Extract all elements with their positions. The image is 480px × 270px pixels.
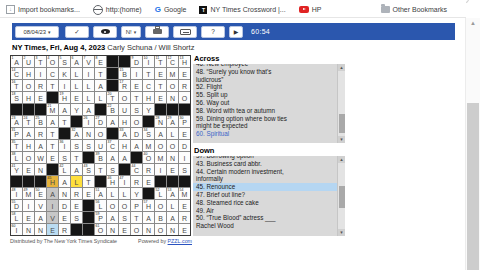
grid-cell-r3c3[interactable]: R: [35, 80, 46, 91]
grid-cell-r6c4[interactable]: A: [47, 116, 58, 127]
page-scrollbar[interactable]: ▲: [465, 18, 480, 270]
grid-cell-r10c15[interactable]: S: [179, 164, 190, 175]
grid-cell-r8c10[interactable]: H: [119, 140, 130, 151]
cell-letter: S: [86, 143, 91, 152]
cell-letter: A: [74, 167, 79, 176]
across-header: Across: [194, 54, 219, 63]
grid-cell-r12c2[interactable]: 49M: [23, 188, 34, 199]
grid-cell-r7c8[interactable]: O: [95, 128, 106, 139]
bookmark-item[interactable]: ↓Import bookmarks...: [6, 5, 80, 14]
grid-cell-r11c4[interactable]: 45H: [47, 176, 58, 187]
cell-letter: A: [74, 131, 79, 140]
grid-cell-r11c9[interactable]: 46H: [107, 176, 118, 187]
down-scrollbar[interactable]: ▴ ▾: [337, 156, 345, 236]
grid-cell-r15c12[interactable]: N: [143, 224, 154, 235]
clue-item[interactable]: 43. Business card abbr.: [193, 160, 337, 168]
grid-cell-r14c10[interactable]: S: [119, 212, 130, 223]
grid-cell-r3c13[interactable]: T: [155, 80, 166, 91]
page-scrollbar-thumb[interactable]: [467, 103, 479, 270]
grid-cell-r13c2[interactable]: I: [23, 200, 34, 211]
cell-letter: T: [134, 95, 138, 104]
cell-letter: A: [122, 131, 127, 140]
grid-cell-r1c15[interactable]: 13H: [179, 56, 190, 67]
grid-cell-r9c4[interactable]: E: [47, 152, 58, 163]
cell-letter: I: [88, 119, 90, 128]
grid-cell-r14c2[interactable]: E: [23, 212, 34, 223]
grid-cell-r6c13[interactable]: 28N: [155, 116, 166, 127]
grid-cell-r4c7[interactable]: L: [83, 92, 94, 103]
grid-cell-r3c15[interactable]: R: [179, 80, 190, 91]
grid-cell-r3c4[interactable]: T: [47, 80, 58, 91]
grid-cell-r7c11[interactable]: D: [131, 128, 142, 139]
grid-cell-r5c12[interactable]: Y: [143, 104, 154, 115]
grid-cell-r2c14[interactable]: M: [167, 68, 178, 79]
other-bookmarks-button[interactable]: Other Bookmarks: [381, 6, 447, 13]
grid-cell-r14c8[interactable]: 59P: [95, 212, 106, 223]
grid-cell-r9c9[interactable]: A: [107, 152, 118, 163]
grid-cell-r4c5[interactable]: 19H: [59, 92, 70, 103]
cell-letter: R: [182, 83, 187, 92]
grid-cell-r3c10[interactable]: 17R: [119, 80, 130, 91]
scroll-up-icon[interactable]: ▴: [338, 64, 345, 71]
grid-cell-r13c13[interactable]: O: [155, 200, 166, 211]
grid-cell-r13c5[interactable]: D: [59, 200, 70, 211]
cell-letter: N: [146, 227, 151, 236]
grid-cell-r5c5[interactable]: A: [59, 104, 70, 115]
grid-cell-r3c8[interactable]: A: [95, 80, 106, 91]
puzzle-byline: Carly Schuna / Will Shortz: [105, 43, 194, 52]
grid-cell-r2c8[interactable]: T: [95, 68, 106, 79]
cell-letter: I: [52, 203, 54, 212]
cell-letter: A: [170, 191, 175, 200]
grid-cell-r8c15[interactable]: D: [179, 140, 190, 151]
grid-cell-r8c2[interactable]: H: [23, 140, 34, 151]
grid-cell-r5c9[interactable]: 22B: [107, 104, 118, 115]
grid-cell-r14c4[interactable]: V: [47, 212, 58, 223]
grid-cell-r5c6[interactable]: Y: [71, 104, 82, 115]
grid-cell-r4c8[interactable]: L: [95, 92, 106, 103]
grid-cell-r11c6[interactable]: L: [71, 176, 82, 187]
grid-cell-r12c9[interactable]: L: [107, 188, 118, 199]
grid-cell-r6c3[interactable]: 25B: [35, 116, 46, 127]
grid-cell-r2c3[interactable]: I: [35, 68, 46, 79]
grid-cell-r8c4[interactable]: T: [47, 140, 58, 151]
clue-item[interactable]: 44. Certain modern investment,informally: [193, 168, 337, 184]
grid-cell-r2c15[interactable]: E: [179, 68, 190, 79]
grid-cell-r4c10[interactable]: O: [119, 92, 130, 103]
grid-cell-r10c2[interactable]: E: [23, 164, 34, 175]
grid-cell-r1c5[interactable]: 5S: [59, 56, 70, 67]
grid-cell-r6c14[interactable]: 29A: [167, 116, 178, 127]
grid-cell-r3c2[interactable]: O: [23, 80, 34, 91]
grid-cell-r7c6[interactable]: 32A: [71, 128, 82, 139]
bookmark-item[interactable]: http:(home): [93, 5, 142, 15]
grid-cell-r11c10[interactable]: 47I: [119, 176, 130, 187]
clue-item[interactable]: 48. Steamed rice cake: [193, 199, 337, 207]
print-button[interactable]: [145, 26, 169, 38]
grid-cell-r2c13[interactable]: E: [155, 68, 166, 79]
grid-cell-r9c8[interactable]: 39B: [95, 152, 106, 163]
grid-cell-r7c10[interactable]: 33A: [119, 128, 130, 139]
grid-cell-r3c6[interactable]: L: [71, 80, 82, 91]
down-scrollbar-thumb[interactable]: [339, 186, 345, 208]
down-clues: 37. Borrowing option43. Business card ab…: [193, 156, 345, 230]
grid-cell-r4c12[interactable]: H: [143, 92, 154, 103]
cell-number: 22: [108, 104, 112, 108]
grid-cell-r10c12[interactable]: R: [143, 164, 154, 175]
clue-item[interactable]: 52. Flight: [193, 83, 337, 91]
grid-cell-r9c12[interactable]: 40O: [143, 152, 154, 163]
grid-cell-r10c14[interactable]: E: [167, 164, 178, 175]
grid-cell-r13c6[interactable]: E: [71, 200, 82, 211]
cell-letter: I: [184, 155, 186, 164]
help-button[interactable]: ?: [201, 26, 225, 38]
grid-cell-r6c12: [143, 116, 154, 127]
grid-cell-r4c1[interactable]: 18S: [11, 92, 22, 103]
nyt-icon: T: [199, 6, 207, 14]
grid-cell-r9c13[interactable]: M: [155, 152, 166, 163]
grid-cell-r12c5[interactable]: N: [59, 188, 70, 199]
cell-letter: I: [16, 227, 18, 236]
grid-cell-r14c14[interactable]: A: [167, 212, 178, 223]
cell-number: 13: [180, 56, 184, 60]
cell-letter: O: [158, 227, 163, 236]
bookmark-item[interactable]: GGoogle: [155, 5, 187, 14]
grid-cell-r14c3[interactable]: A: [35, 212, 46, 223]
across-scrollbar[interactable]: ▴ ▾: [337, 64, 345, 143]
grid-cell-r1c4[interactable]: 4O: [47, 56, 58, 67]
grid-cell-r15c10[interactable]: E: [119, 224, 130, 235]
grid-cell-r4c11[interactable]: T: [131, 92, 142, 103]
grid-cell-r10c9[interactable]: S: [107, 164, 118, 175]
grid-cell-r3c1[interactable]: 16T: [11, 80, 22, 91]
clue-item[interactable]: 50. “True Blood” actress ___Rachel Wood: [193, 214, 337, 230]
cell-number: 38: [12, 152, 16, 156]
grid-cell-r14c12[interactable]: A: [143, 212, 154, 223]
credits-line: Distributed by The New York Times Syndic…: [10, 238, 192, 244]
clue-item[interactable]: 59. Dining option where bow tiesmight be…: [193, 115, 337, 131]
grid-cell-r14c9[interactable]: A: [107, 212, 118, 223]
grid-cell-r1c12[interactable]: 10I: [143, 56, 154, 67]
grid-cell-r12c6[interactable]: R: [71, 188, 82, 199]
grid-cell-r1c1[interactable]: 1A: [11, 56, 22, 67]
cell-letter: T: [14, 143, 18, 152]
grid-cell-r4c14[interactable]: N: [167, 92, 178, 103]
grid-cell-r2c6[interactable]: L: [71, 68, 82, 79]
grid-cell-r2c5[interactable]: K: [59, 68, 70, 79]
cell-number: 9: [132, 56, 134, 60]
grid-cell-r10c3[interactable]: N: [35, 164, 46, 175]
cell-number: 2: [24, 56, 26, 60]
cell-letter: A: [110, 215, 115, 224]
across-scrollbar-thumb[interactable]: [339, 114, 345, 133]
grid-cell-r8c12[interactable]: M: [143, 140, 154, 151]
cell-number: 58: [12, 212, 16, 216]
grid-cell-r10c1[interactable]: 41Y: [11, 164, 22, 175]
grid-cell-r12c15[interactable]: 54M: [179, 188, 190, 199]
cell-letter: Y: [134, 191, 139, 200]
clue-item[interactable]: 48. “Surely you know that'sludicrous”: [193, 68, 337, 84]
grid-cell-r12c13[interactable]: 52L: [155, 188, 166, 199]
grid-cell-r10c6[interactable]: A: [71, 164, 82, 175]
keyboard-button[interactable]: [173, 26, 197, 38]
grid-cell-r4c13[interactable]: E: [155, 92, 166, 103]
cell-letter: N: [38, 167, 43, 176]
pzzl-link[interactable]: PZZL.com: [168, 238, 192, 244]
cell-number: 20: [108, 92, 112, 96]
grid-cell-r13c7: [83, 200, 94, 211]
cell-letter: H: [146, 203, 151, 212]
grid-cell-r5c11[interactable]: S: [131, 104, 142, 115]
grid-cell-r15c1[interactable]: 60I: [11, 224, 22, 235]
bookmark-item[interactable]: HP: [299, 6, 322, 13]
grid-cell-r2c1[interactable]: 14C: [11, 68, 22, 79]
grid-cell-r8c14[interactable]: O: [167, 140, 178, 151]
grid-cell-r6c10[interactable]: H: [119, 116, 130, 127]
cell-number: 40: [144, 152, 148, 156]
check-button[interactable]: ✓: [65, 26, 89, 38]
grid-cell-r7c13[interactable]: A: [155, 128, 166, 139]
cell-letter: S: [74, 143, 79, 152]
cell-letter: A: [170, 215, 175, 224]
grid-cell-r14c15[interactable]: R: [179, 212, 190, 223]
grid-cell-r11c11[interactable]: R: [131, 176, 142, 187]
grid-cell-r12c10[interactable]: L: [119, 188, 130, 199]
puzzle-toolbar: 08/04/23 ▾ ✓ N! ▾ ? ▶ 60:54: [12, 23, 455, 40]
cell-letter: S: [134, 107, 139, 116]
grid-cell-r6c5[interactable]: T: [59, 116, 70, 127]
grid-cell-r10c5[interactable]: 42L: [59, 164, 70, 175]
date-select[interactable]: 08/04/23 ▾: [15, 26, 59, 38]
grid-cell-r12c3[interactable]: 50E: [35, 188, 46, 199]
grid-cell-r4c2[interactable]: H: [23, 92, 34, 103]
grid-cell-r13c9[interactable]: O: [107, 200, 118, 211]
grid-cell-r10c7[interactable]: 43S: [83, 164, 94, 175]
grid-cell-r15c13[interactable]: O: [155, 224, 166, 235]
cell-letter: R: [146, 167, 151, 176]
grid-cell-r14c5[interactable]: E: [59, 212, 70, 223]
grid-cell-r13c10[interactable]: O: [119, 200, 130, 211]
grid-cell-r4c9[interactable]: 20T: [107, 92, 118, 103]
grid-cell-r7c3[interactable]: R: [35, 128, 46, 139]
down-panel: 37. Borrowing option43. Business card ab…: [193, 156, 345, 236]
grid-cell-r4c15[interactable]: O: [179, 92, 190, 103]
pen-mode-button[interactable]: N! ▾: [121, 26, 141, 38]
grid-cell-r12c7[interactable]: E: [83, 188, 94, 199]
grid-cell-r5c4[interactable]: 21M: [47, 104, 58, 115]
grid-cell-r6c9[interactable]: A: [107, 116, 118, 127]
grid-cell-r9c10[interactable]: A: [119, 152, 130, 163]
grid-cell-r9c15[interactable]: I: [179, 152, 190, 163]
cell-letter: L: [87, 95, 91, 104]
grid-cell-r7c15[interactable]: E: [179, 128, 190, 139]
grid-cell-r1c14[interactable]: 12C: [167, 56, 178, 67]
grid-cell-r13c4[interactable]: I: [47, 200, 58, 211]
grid-cell-r8c7[interactable]: S: [83, 140, 94, 151]
grid-cell-r6c11[interactable]: O: [131, 116, 142, 127]
grid-cell-r8c9[interactable]: 37C: [107, 140, 118, 151]
grid-cell-r12c14[interactable]: 53A: [167, 188, 178, 199]
grid-cell-r1c3[interactable]: 3T: [35, 56, 46, 67]
clue-item[interactable]: 60. Spiritual: [193, 130, 337, 138]
cell-number: 57: [144, 200, 148, 204]
grid-cell-r9c1[interactable]: 38L: [11, 152, 22, 163]
grid-cell-r7c12[interactable]: 34S: [143, 128, 154, 139]
grid-cell-r13c14[interactable]: L: [167, 200, 178, 211]
cell-number: 42: [60, 164, 64, 168]
grid-cell-r15c4[interactable]: E: [47, 224, 58, 235]
grid-cell-r9c6[interactable]: T: [71, 152, 82, 163]
grid-cell-r14c6[interactable]: S: [71, 212, 82, 223]
grid-cell-r8c3[interactable]: A: [35, 140, 46, 151]
cell-number: 31: [12, 128, 16, 132]
clue-item[interactable]: 58. Word with tea or autumn: [193, 107, 337, 115]
grid-cell-r2c2[interactable]: H: [23, 68, 34, 79]
grid-cell-r12c8[interactable]: 51A: [95, 188, 106, 199]
grid-cell-r2c11[interactable]: I: [131, 68, 142, 79]
grid-cell-r11c12[interactable]: E: [143, 176, 154, 187]
clue-item[interactable]: 56. Way out: [193, 99, 337, 107]
grid-cell-r8c13[interactable]: O: [155, 140, 166, 151]
cell-number: 12: [168, 56, 172, 60]
grid-cell-r13c1[interactable]: 55D: [11, 200, 22, 211]
grid-cell-r7c9: [107, 128, 118, 139]
cell-number: 24: [24, 116, 28, 120]
grid-cell-r5c7[interactable]: A: [83, 104, 94, 115]
grid-cell-r13c3[interactable]: V: [35, 200, 46, 211]
grid-cell-r1c6[interactable]: 6A: [71, 56, 82, 67]
grid-cell-r14c1[interactable]: 58L: [11, 212, 22, 223]
cell-letter: E: [74, 95, 79, 104]
clue-item[interactable]: 55. Split up: [193, 91, 337, 99]
cell-letter: N: [170, 155, 175, 164]
grid-cell-r10c13[interactable]: I: [155, 164, 166, 175]
scroll-down-icon[interactable]: ▾: [338, 136, 345, 143]
cell-letter: M: [26, 191, 32, 200]
grid-cell-r9c3[interactable]: W: [35, 152, 46, 163]
bookmark-item[interactable]: TNY Times Crossword |...: [199, 6, 285, 14]
grid-cell-r4c6[interactable]: E: [71, 92, 82, 103]
grid-cell-r15c14[interactable]: N: [167, 224, 178, 235]
grid-cell-r7c14[interactable]: L: [167, 128, 178, 139]
grid-cell-r3c5[interactable]: I: [59, 80, 70, 91]
grid-cell-r13c15[interactable]: E: [179, 200, 190, 211]
grid-cell-r7c4[interactable]: T: [47, 128, 58, 139]
grid-cell-r9c14[interactable]: N: [167, 152, 178, 163]
grid-cell-r1c8[interactable]: 8E: [95, 56, 106, 67]
grid-cell-r8c5[interactable]: 36I: [59, 140, 70, 151]
clue-item[interactable]: 47. Brief out line?: [193, 191, 337, 199]
grid-cell-r15c8[interactable]: 61O: [95, 224, 106, 235]
grid-cell-r1c7[interactable]: 7V: [83, 56, 94, 67]
grid-cell-r9c5[interactable]: S: [59, 152, 70, 163]
grid-cell-r2c10[interactable]: 15B: [119, 68, 130, 79]
grid-cell-r3c7[interactable]: L: [83, 80, 94, 91]
eye-icon: [101, 29, 110, 34]
grid-cell-r4c3[interactable]: E: [35, 92, 46, 103]
grid-cell-r7c2[interactable]: A: [23, 128, 34, 139]
grid-cell-r2c12[interactable]: T: [143, 68, 154, 79]
grid-cell-r5c10[interactable]: U: [119, 104, 130, 115]
clue-item[interactable]: 49. Air: [193, 207, 337, 215]
grid-cell-r15c5[interactable]: R: [59, 224, 70, 235]
grid-cell-r13c12[interactable]: 57H: [143, 200, 154, 211]
grid-cell-r15c3[interactable]: N: [35, 224, 46, 235]
grid-cell-r6c1[interactable]: 23A: [11, 116, 22, 127]
grid-cell-r12c11[interactable]: Y: [131, 188, 142, 199]
grid-cell-r2c4[interactable]: C: [47, 68, 58, 79]
grid-cell-r15c15[interactable]: E: [179, 224, 190, 235]
grid-cell-r8c1[interactable]: 35T: [11, 140, 22, 151]
grid-cell-r10c8[interactable]: T: [95, 164, 106, 175]
clue-item[interactable]: 45. Renounce: [193, 183, 337, 191]
grid-cell-r9c2[interactable]: O: [23, 152, 34, 163]
cell-letter: H: [26, 71, 31, 80]
scroll-up-icon[interactable]: ▴: [338, 156, 345, 163]
grid-cell-r7c1[interactable]: 31P: [11, 128, 22, 139]
grid-cell-r13c11[interactable]: P: [131, 200, 142, 211]
grid-cell-r11c7[interactable]: T: [83, 176, 94, 187]
grid-cell-r14c11[interactable]: T: [131, 212, 142, 223]
grid-cell-r14c13[interactable]: B: [155, 212, 166, 223]
grid-cell-r6c7[interactable]: 26I: [83, 116, 94, 127]
grid-cell-r3c12[interactable]: C: [143, 80, 154, 91]
grid-cell-r11c5[interactable]: A: [59, 176, 70, 187]
grid-cell-r7c7[interactable]: N: [83, 128, 94, 139]
grid-cell-r11c14: [167, 176, 178, 187]
cell-letter: I: [136, 71, 138, 80]
grid-cell-r15c11[interactable]: O: [131, 224, 142, 235]
grid-cell-r13c8[interactable]: 56L: [95, 200, 106, 211]
cell-letter: S: [62, 155, 67, 164]
cell-letter: R: [182, 215, 187, 224]
cell-number: 60: [12, 224, 16, 228]
bookmark-label: HP: [312, 6, 322, 13]
powered-by-text: Powered by: [138, 238, 167, 244]
grid-cell-r12c4[interactable]: A: [47, 188, 58, 199]
scroll-down-icon[interactable]: ▾: [338, 229, 345, 236]
grid-cell-r6c15[interactable]: 30P: [179, 116, 190, 127]
grid-cell-r6c8[interactable]: 27D: [95, 116, 106, 127]
grid-cell-r1c2[interactable]: 2U: [23, 56, 34, 67]
cell-number: 32: [72, 128, 76, 132]
grid-cell-r1c13[interactable]: 11T: [155, 56, 166, 67]
grid-cell-r8c8[interactable]: U: [95, 140, 106, 151]
scroll-up-icon[interactable]: ▲: [466, 18, 480, 28]
grid-cell-r8c11[interactable]: A: [131, 140, 142, 151]
grid-cell-r7c5: [59, 128, 70, 139]
grid-cell-r8c6[interactable]: S: [71, 140, 82, 151]
cell-letter: O: [158, 203, 163, 212]
grid-cell-r3c11[interactable]: E: [131, 80, 142, 91]
grid-cell-r15c2[interactable]: N: [23, 224, 34, 235]
globe-icon: [93, 5, 103, 15]
clue-text-line: 52. Flight: [196, 83, 337, 91]
grid-cell-r2c7[interactable]: I: [83, 68, 94, 79]
play-button[interactable]: ▶: [229, 26, 243, 38]
cell-letter: Y: [146, 107, 151, 116]
grid-cell-r12c1[interactable]: 48I: [11, 188, 22, 199]
cell-letter: R: [74, 191, 79, 200]
grid-cell-r15c9[interactable]: N: [107, 224, 118, 235]
puzzle-title: NY Times, Fri, Aug 4, 2023 Carly Schuna …: [12, 43, 194, 52]
grid-cell-r6c2[interactable]: 24T: [23, 116, 34, 127]
grid-cell-r1c11[interactable]: 9D: [131, 56, 142, 67]
grid-cell-r10c11[interactable]: 44C: [131, 164, 142, 175]
reveal-button[interactable]: [93, 26, 117, 38]
grid-cell-r3c14[interactable]: O: [167, 80, 178, 91]
cell-letter: H: [26, 143, 31, 152]
